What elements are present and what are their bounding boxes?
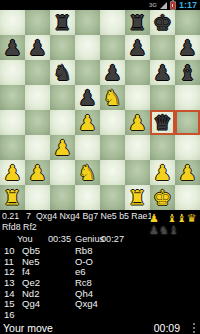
signal-strength-icon bbox=[160, 2, 167, 9]
square-d2[interactable]: ♞ bbox=[75, 160, 100, 185]
square-c1[interactable] bbox=[50, 185, 75, 210]
white-knight: ♞ bbox=[75, 160, 100, 185]
square-c7[interactable] bbox=[50, 35, 75, 60]
square-h7[interactable]: ♟ bbox=[175, 35, 200, 60]
square-f7[interactable]: ♟ bbox=[125, 35, 150, 60]
square-e7[interactable] bbox=[100, 35, 125, 60]
battery-icon bbox=[170, 1, 176, 10]
overflow-menu-icon[interactable] bbox=[193, 323, 195, 333]
white-rook: ♜ bbox=[125, 185, 150, 210]
captured-queen-icon: ♛ bbox=[187, 212, 197, 225]
square-g8[interactable]: ♚ bbox=[150, 10, 175, 35]
captured-white-pieces: ♟♝♝♛ bbox=[149, 211, 199, 223]
square-c8[interactable]: ♜ bbox=[50, 10, 75, 35]
square-b6[interactable] bbox=[25, 60, 50, 85]
square-b1[interactable] bbox=[25, 185, 50, 210]
square-g7[interactable] bbox=[150, 35, 175, 60]
square-g4[interactable]: ♛ bbox=[150, 110, 175, 135]
square-a7[interactable]: ♟ bbox=[0, 35, 25, 60]
square-a4[interactable] bbox=[0, 110, 25, 135]
black-queen: ♛ bbox=[150, 110, 175, 135]
square-f1[interactable]: ♜ bbox=[125, 185, 150, 210]
move-row-16: 16 bbox=[4, 310, 200, 321]
black-player-clock: 00:27 bbox=[101, 234, 124, 244]
white-move: Ne5 bbox=[22, 257, 75, 268]
square-c4[interactable] bbox=[50, 110, 75, 135]
system-clock: 1:17 bbox=[179, 0, 197, 10]
white-rook: ♜ bbox=[0, 185, 25, 210]
square-h8[interactable] bbox=[175, 10, 200, 35]
white-pawn: ♟ bbox=[0, 160, 25, 185]
black-rook: ♜ bbox=[125, 10, 150, 35]
move-number: 16 bbox=[4, 310, 22, 321]
black-move: Qxg4 bbox=[75, 299, 200, 310]
square-g5[interactable] bbox=[150, 85, 175, 110]
square-f8[interactable]: ♜ bbox=[125, 10, 150, 35]
white-player-clock: 00:35 bbox=[48, 233, 71, 245]
engine-depth: 7 bbox=[26, 211, 36, 222]
square-f2[interactable] bbox=[125, 160, 150, 185]
status-bottom-bar: Your move 00:09 bbox=[0, 321, 200, 334]
white-pawn: ♟ bbox=[75, 110, 100, 135]
move-list[interactable]: 10Qb5Rb811Ne5O-O12f4e613Qe2Rc814Nd2Qh415… bbox=[0, 246, 200, 321]
square-g2[interactable]: ♟ bbox=[150, 160, 175, 185]
square-h3[interactable] bbox=[175, 135, 200, 160]
square-e5[interactable]: ♞ bbox=[100, 85, 125, 110]
square-d6[interactable] bbox=[75, 60, 100, 85]
engine-eval: 0.21 bbox=[2, 211, 26, 222]
black-move: Rb8 bbox=[75, 246, 200, 257]
square-d1[interactable] bbox=[75, 185, 100, 210]
black-pawn: ♟ bbox=[125, 35, 150, 60]
black-king: ♚ bbox=[150, 10, 175, 35]
black-pawn: ♟ bbox=[75, 85, 100, 110]
engine-pv-2: Rfd8 Rf2 bbox=[2, 222, 37, 232]
square-f3[interactable] bbox=[125, 135, 150, 160]
square-a8[interactable] bbox=[0, 10, 25, 35]
black-pawn: ♟ bbox=[175, 35, 200, 60]
black-move bbox=[75, 310, 200, 321]
square-d4[interactable]: ♟ bbox=[75, 110, 100, 135]
captured-bishop-icon: ♝ bbox=[169, 224, 179, 237]
square-g3[interactable] bbox=[150, 135, 175, 160]
square-a1[interactable]: ♜ bbox=[0, 185, 25, 210]
white-pawn: ♟ bbox=[175, 160, 200, 185]
captured-knight-icon: ♞ bbox=[159, 224, 169, 237]
black-pawn: ♟ bbox=[25, 35, 50, 60]
square-a5[interactable] bbox=[0, 85, 25, 110]
square-b4[interactable] bbox=[25, 110, 50, 135]
white-king: ♚ bbox=[150, 185, 175, 210]
turn-status-message: Your move bbox=[3, 322, 154, 334]
square-d3[interactable] bbox=[75, 135, 100, 160]
square-h5[interactable] bbox=[175, 85, 200, 110]
white-pawn: ♟ bbox=[150, 160, 175, 185]
square-e2[interactable] bbox=[100, 160, 125, 185]
black-bishop: ♝ bbox=[175, 60, 200, 85]
square-h1[interactable] bbox=[175, 185, 200, 210]
move-row-15: 15Qg4Qxg4 bbox=[4, 299, 200, 310]
white-pawn: ♟ bbox=[125, 110, 150, 135]
square-h6[interactable]: ♝ bbox=[175, 60, 200, 85]
square-b7[interactable]: ♟ bbox=[25, 35, 50, 60]
current-move-timer: 00:09 bbox=[154, 322, 180, 334]
black-pawn: ♟ bbox=[150, 60, 175, 85]
square-c2[interactable] bbox=[50, 160, 75, 185]
square-e8[interactable] bbox=[100, 10, 125, 35]
square-e6[interactable]: ♟ bbox=[100, 60, 125, 85]
square-b2[interactable]: ♟ bbox=[25, 160, 50, 185]
square-b3[interactable] bbox=[25, 135, 50, 160]
square-f5[interactable] bbox=[125, 85, 150, 110]
black-player-label: Genius bbox=[75, 233, 101, 245]
square-g1[interactable]: ♚ bbox=[150, 185, 175, 210]
black-move: O-O bbox=[75, 257, 200, 268]
white-knight: ♞ bbox=[100, 85, 125, 110]
square-d8[interactable] bbox=[75, 10, 100, 35]
white-move: Qg4 bbox=[22, 299, 75, 310]
square-e1[interactable] bbox=[100, 185, 125, 210]
black-rook: ♜ bbox=[50, 10, 75, 35]
black-move: Rc8 bbox=[75, 278, 200, 289]
square-f4[interactable]: ♟ bbox=[125, 110, 150, 135]
engine-analysis-panel: 0.217Qxg4 Nxg4 Bg7 Ne5 b5 Rae1 Rfd8 Rf2 … bbox=[0, 210, 200, 246]
square-f6[interactable] bbox=[125, 60, 150, 85]
square-b8[interactable] bbox=[25, 10, 50, 35]
square-e3[interactable] bbox=[100, 135, 125, 160]
captured-pawn-icon: ♟ bbox=[149, 224, 159, 237]
white-player-label: You bbox=[17, 233, 48, 245]
engine-pv-1: Qxg4 Nxg4 Bg7 Ne5 b5 Rae1 bbox=[36, 211, 152, 221]
square-c3[interactable]: ♟ bbox=[50, 135, 75, 160]
network-type-indicator: 3G bbox=[149, 0, 157, 10]
square-g6[interactable]: ♟ bbox=[150, 60, 175, 85]
black-move: e6 bbox=[75, 267, 200, 278]
square-e4[interactable] bbox=[100, 110, 125, 135]
white-pawn: ♟ bbox=[25, 160, 50, 185]
square-h2[interactable]: ♟ bbox=[175, 160, 200, 185]
move-row-11: 11Ne5O-O bbox=[4, 257, 200, 268]
black-knight: ♞ bbox=[50, 60, 75, 85]
captured-pieces-tray: ♟♝♝♛ ♟♞♝ bbox=[149, 211, 199, 235]
square-d5[interactable]: ♟ bbox=[75, 85, 100, 110]
square-b5[interactable] bbox=[25, 85, 50, 110]
black-pawn: ♟ bbox=[100, 60, 125, 85]
black-pawn: ♟ bbox=[0, 35, 25, 60]
square-a6[interactable] bbox=[0, 60, 25, 85]
square-c6[interactable]: ♞ bbox=[50, 60, 75, 85]
square-a3[interactable] bbox=[0, 135, 25, 160]
square-c5[interactable] bbox=[50, 85, 75, 110]
white-move bbox=[22, 310, 75, 321]
square-d7[interactable] bbox=[75, 35, 100, 60]
white-pawn: ♟ bbox=[50, 135, 75, 160]
android-status-bar: 3G 1:17 bbox=[0, 0, 200, 10]
chess-board[interactable]: ♜♜♚♟♟♟♟♞♟♟♝♟♞♟♟♛♟♟♟♞♟♟♜♜♚ bbox=[0, 10, 200, 210]
square-a2[interactable]: ♟ bbox=[0, 160, 25, 185]
square-h4[interactable] bbox=[175, 110, 200, 135]
